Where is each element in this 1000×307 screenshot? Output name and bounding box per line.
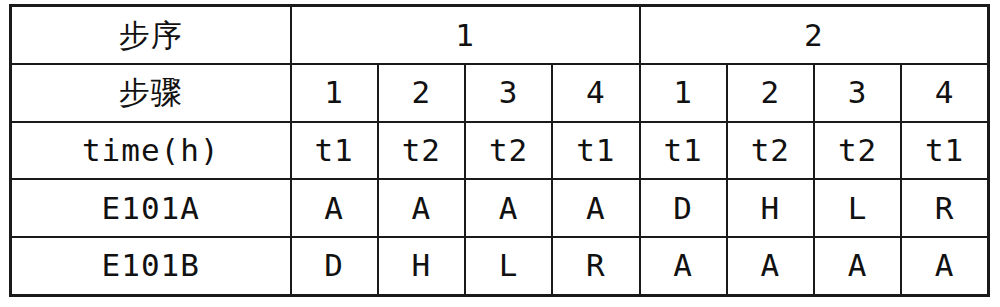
table-cell: L — [465, 237, 552, 296]
table-cell: A — [291, 179, 378, 237]
table-cell: 2 — [378, 64, 465, 122]
table-cell: A — [814, 237, 901, 296]
row-label-step-sequence: 步序 — [11, 6, 291, 65]
table-cell: 4 — [552, 64, 639, 122]
table-cell: A — [727, 237, 814, 296]
table-cell: H — [378, 237, 465, 296]
table-row-step-sequence: 步序 1 2 — [11, 6, 989, 65]
table-cell: 1 — [640, 64, 727, 122]
table-row-e101a: E101A A A A A D H L R — [11, 179, 989, 237]
table-row-e101b: E101B D H L R A A A A — [11, 237, 989, 296]
table-cell: A — [378, 179, 465, 237]
table-cell: D — [291, 237, 378, 296]
table-cell: H — [727, 179, 814, 237]
table-cell: t2 — [814, 122, 901, 180]
table-cell: D — [640, 179, 727, 237]
table-cell: L — [814, 179, 901, 237]
table-cell: A — [552, 179, 639, 237]
table-cell: 1 — [291, 64, 378, 122]
table-cell: 2 — [727, 64, 814, 122]
table-cell: t2 — [465, 122, 552, 180]
step-sequence-group-1: 1 — [291, 6, 640, 65]
document-page: 步序 1 2 步骤 1 2 3 4 1 2 3 4 time(h) t1 t2 … — [0, 0, 1000, 307]
table-cell: t2 — [378, 122, 465, 180]
row-label-step-number: 步骤 — [11, 64, 291, 122]
table-cell: 3 — [814, 64, 901, 122]
table-cell: t1 — [640, 122, 727, 180]
table-cell: A — [901, 237, 988, 296]
table-cell: R — [901, 179, 988, 237]
row-label-e101b: E101B — [11, 237, 291, 296]
table-cell: 3 — [465, 64, 552, 122]
table-cell: R — [552, 237, 639, 296]
step-sequence-group-2: 2 — [640, 6, 989, 65]
step-schedule-table: 步序 1 2 步骤 1 2 3 4 1 2 3 4 time(h) t1 t2 … — [9, 4, 990, 297]
table-cell: t1 — [901, 122, 988, 180]
table-cell: A — [465, 179, 552, 237]
row-label-time: time(h) — [11, 122, 291, 180]
table-cell: 4 — [901, 64, 988, 122]
row-label-e101a: E101A — [11, 179, 291, 237]
table-cell: t1 — [291, 122, 378, 180]
table-cell: t2 — [727, 122, 814, 180]
table-cell: t1 — [552, 122, 639, 180]
table-row-time: time(h) t1 t2 t2 t1 t1 t2 t2 t1 — [11, 122, 989, 180]
table-cell: A — [640, 237, 727, 296]
table-row-step-number: 步骤 1 2 3 4 1 2 3 4 — [11, 64, 989, 122]
